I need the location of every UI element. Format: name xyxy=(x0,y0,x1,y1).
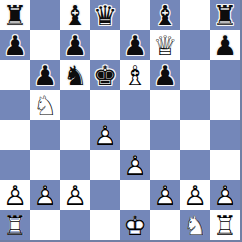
square-a3[interactable] xyxy=(0,150,30,180)
square-e3[interactable]: ♟♙ xyxy=(120,150,150,180)
square-d5[interactable] xyxy=(90,90,120,120)
square-h2[interactable]: ♟♙ xyxy=(210,180,240,210)
square-c8[interactable]: ♝ xyxy=(60,0,90,30)
square-h8[interactable]: ♜ xyxy=(210,0,240,30)
piece-black-pawn: ♟ xyxy=(150,60,180,90)
square-f4[interactable] xyxy=(150,120,180,150)
piece-white-rook: ♖ xyxy=(0,210,30,240)
piece-white-knight: ♘ xyxy=(30,90,60,120)
piece-white-pawn: ♙ xyxy=(150,180,180,210)
piece-black-rook: ♜ xyxy=(0,0,30,30)
square-f3[interactable] xyxy=(150,150,180,180)
square-b6[interactable]: ♟ xyxy=(30,60,60,90)
chess-board-grid: ♜♝♛♝♜♟♟♟♛♕♟♟♞♚♝♗♟♞♘♟♙♟♙♟♙♟♙♟♙♟♙♟♙♟♙♜♖♚♔♞… xyxy=(0,0,242,242)
piece-black-bishop: ♝ xyxy=(150,0,180,30)
square-a6[interactable] xyxy=(0,60,30,90)
piece-white-king: ♔ xyxy=(120,210,150,240)
square-e2[interactable] xyxy=(120,180,150,210)
square-d8[interactable]: ♛ xyxy=(90,0,120,30)
square-a2[interactable]: ♟♙ xyxy=(0,180,30,210)
square-g8[interactable] xyxy=(180,0,210,30)
square-g1[interactable]: ♞♘ xyxy=(180,210,210,240)
piece-white-pawn-fill: ♟ xyxy=(30,180,60,210)
piece-white-pawn: ♙ xyxy=(60,180,90,210)
square-a8[interactable]: ♜ xyxy=(0,0,30,30)
square-f5[interactable] xyxy=(150,90,180,120)
piece-white-bishop-fill: ♝ xyxy=(120,60,150,90)
piece-white-pawn-fill: ♟ xyxy=(90,120,120,150)
square-d1[interactable] xyxy=(90,210,120,240)
square-e4[interactable] xyxy=(120,120,150,150)
piece-white-pawn-fill: ♟ xyxy=(150,180,180,210)
piece-white-queen: ♕ xyxy=(150,30,180,60)
piece-white-bishop: ♗ xyxy=(120,60,150,90)
square-e7[interactable]: ♟ xyxy=(120,30,150,60)
square-e5[interactable] xyxy=(120,90,150,120)
piece-black-pawn: ♟ xyxy=(210,30,240,60)
piece-black-pawn: ♟ xyxy=(120,30,150,60)
square-c1[interactable] xyxy=(60,210,90,240)
square-h1[interactable]: ♜♖ xyxy=(210,210,240,240)
piece-black-king: ♚ xyxy=(90,60,120,90)
square-c5[interactable] xyxy=(60,90,90,120)
piece-white-pawn-fill: ♟ xyxy=(120,150,150,180)
piece-black-bishop: ♝ xyxy=(60,0,90,30)
square-c6[interactable]: ♞ xyxy=(60,60,90,90)
square-b8[interactable] xyxy=(30,0,60,30)
piece-white-rook-fill: ♜ xyxy=(0,210,30,240)
square-g4[interactable] xyxy=(180,120,210,150)
square-b7[interactable] xyxy=(30,30,60,60)
piece-white-knight-fill: ♞ xyxy=(180,210,210,240)
chess-board: ♜♝♛♝♜♟♟♟♛♕♟♟♞♚♝♗♟♞♘♟♙♟♙♟♙♟♙♟♙♟♙♟♙♟♙♜♖♚♔♞… xyxy=(0,0,242,242)
piece-white-pawn: ♙ xyxy=(30,180,60,210)
piece-black-rook: ♜ xyxy=(210,0,240,30)
square-a7[interactable]: ♟ xyxy=(0,30,30,60)
square-c4[interactable] xyxy=(60,120,90,150)
square-e8[interactable] xyxy=(120,0,150,30)
piece-white-pawn-fill: ♟ xyxy=(210,180,240,210)
square-b5[interactable]: ♞♘ xyxy=(30,90,60,120)
piece-black-pawn: ♟ xyxy=(30,60,60,90)
piece-black-pawn: ♟ xyxy=(60,30,90,60)
piece-white-rook: ♖ xyxy=(210,210,240,240)
piece-white-pawn-fill: ♟ xyxy=(180,180,210,210)
piece-white-pawn: ♙ xyxy=(180,180,210,210)
piece-white-king-fill: ♚ xyxy=(120,210,150,240)
square-h4[interactable] xyxy=(210,120,240,150)
piece-white-rook-fill: ♜ xyxy=(210,210,240,240)
piece-black-knight: ♞ xyxy=(60,60,90,90)
square-b1[interactable] xyxy=(30,210,60,240)
square-g3[interactable] xyxy=(180,150,210,180)
square-h6[interactable] xyxy=(210,60,240,90)
square-a1[interactable]: ♜♖ xyxy=(0,210,30,240)
piece-white-pawn: ♙ xyxy=(90,120,120,150)
square-e6[interactable]: ♝♗ xyxy=(120,60,150,90)
square-g2[interactable]: ♟♙ xyxy=(180,180,210,210)
square-c2[interactable]: ♟♙ xyxy=(60,180,90,210)
square-d3[interactable] xyxy=(90,150,120,180)
piece-white-knight: ♘ xyxy=(180,210,210,240)
square-e1[interactable]: ♚♔ xyxy=(120,210,150,240)
piece-white-pawn: ♙ xyxy=(0,180,30,210)
square-a5[interactable] xyxy=(0,90,30,120)
square-g7[interactable] xyxy=(180,30,210,60)
square-f2[interactable]: ♟♙ xyxy=(150,180,180,210)
square-h3[interactable] xyxy=(210,150,240,180)
square-d7[interactable] xyxy=(90,30,120,60)
square-g5[interactable] xyxy=(180,90,210,120)
piece-white-queen-fill: ♛ xyxy=(150,30,180,60)
square-c3[interactable] xyxy=(60,150,90,180)
square-f7[interactable]: ♛♕ xyxy=(150,30,180,60)
square-d4[interactable]: ♟♙ xyxy=(90,120,120,150)
square-b3[interactable] xyxy=(30,150,60,180)
piece-white-pawn: ♙ xyxy=(120,150,150,180)
square-d2[interactable] xyxy=(90,180,120,210)
square-c7[interactable]: ♟ xyxy=(60,30,90,60)
piece-white-pawn-fill: ♟ xyxy=(0,180,30,210)
square-f6[interactable]: ♟ xyxy=(150,60,180,90)
square-b4[interactable] xyxy=(30,120,60,150)
piece-white-pawn: ♙ xyxy=(210,180,240,210)
square-b2[interactable]: ♟♙ xyxy=(30,180,60,210)
square-h5[interactable] xyxy=(210,90,240,120)
piece-black-pawn: ♟ xyxy=(0,30,30,60)
square-h7[interactable]: ♟ xyxy=(210,30,240,60)
square-g6[interactable] xyxy=(180,60,210,90)
piece-white-knight-fill: ♞ xyxy=(30,90,60,120)
square-f1[interactable] xyxy=(150,210,180,240)
square-a4[interactable] xyxy=(0,120,30,150)
square-f8[interactable]: ♝ xyxy=(150,0,180,30)
square-d6[interactable]: ♚ xyxy=(90,60,120,90)
piece-black-queen: ♛ xyxy=(90,0,120,30)
piece-white-pawn-fill: ♟ xyxy=(60,180,90,210)
